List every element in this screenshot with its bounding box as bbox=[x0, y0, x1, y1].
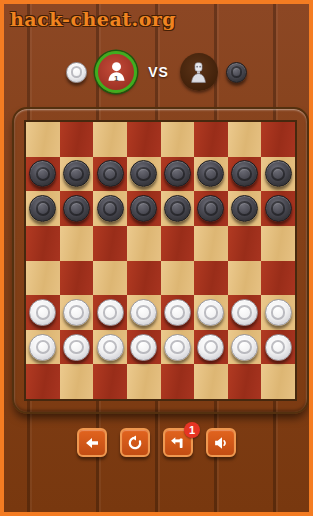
board-square[interactable] bbox=[161, 364, 195, 399]
back-button[interactable] bbox=[77, 428, 107, 457]
board-frame bbox=[12, 107, 309, 414]
board-square[interactable] bbox=[228, 364, 262, 399]
restart-button[interactable] bbox=[120, 428, 150, 457]
board-square[interactable] bbox=[228, 261, 262, 296]
board-square[interactable] bbox=[261, 191, 295, 226]
black-checker-piece[interactable] bbox=[197, 160, 224, 187]
board-square[interactable] bbox=[26, 295, 60, 330]
board-square[interactable] bbox=[228, 122, 262, 157]
board-square[interactable] bbox=[93, 226, 127, 261]
board-square[interactable] bbox=[127, 157, 161, 192]
board-square[interactable] bbox=[93, 157, 127, 192]
white-checker-piece[interactable] bbox=[231, 334, 258, 361]
app-screen: hack-cheat.org 1 VS bbox=[0, 0, 313, 516]
board-square[interactable] bbox=[194, 157, 228, 192]
board-square[interactable] bbox=[93, 122, 127, 157]
board-square[interactable] bbox=[261, 157, 295, 192]
black-checker-piece[interactable] bbox=[231, 160, 258, 187]
sound-icon bbox=[213, 435, 229, 451]
board-square[interactable] bbox=[127, 364, 161, 399]
white-checker-piece[interactable] bbox=[29, 334, 56, 361]
board-square[interactable] bbox=[228, 191, 262, 226]
robot-avatar bbox=[180, 53, 218, 91]
robot-icon bbox=[186, 60, 211, 85]
match-header: 1 VS bbox=[4, 50, 309, 94]
board-square[interactable] bbox=[127, 330, 161, 365]
white-checker-piece[interactable] bbox=[63, 299, 90, 326]
undo-button[interactable]: 1 bbox=[163, 428, 193, 457]
white-checker-piece[interactable] bbox=[130, 299, 157, 326]
board-square[interactable] bbox=[93, 191, 127, 226]
white-checker-piece[interactable] bbox=[164, 334, 191, 361]
board-square[interactable] bbox=[60, 261, 94, 296]
watermark: hack-cheat.org bbox=[10, 8, 176, 30]
board-square[interactable] bbox=[93, 330, 127, 365]
board-square[interactable] bbox=[93, 261, 127, 296]
player-avatar: 1 bbox=[95, 51, 137, 93]
white-checker-piece[interactable] bbox=[29, 299, 56, 326]
board-square[interactable] bbox=[60, 295, 94, 330]
board-square[interactable] bbox=[60, 364, 94, 399]
black-checker-piece[interactable] bbox=[130, 195, 157, 222]
black-checker-piece[interactable] bbox=[63, 195, 90, 222]
board-square[interactable] bbox=[161, 191, 195, 226]
board-square[interactable] bbox=[194, 364, 228, 399]
board-square[interactable] bbox=[26, 191, 60, 226]
board-square[interactable] bbox=[194, 191, 228, 226]
white-checker-piece[interactable] bbox=[130, 334, 157, 361]
board-square[interactable] bbox=[26, 261, 60, 296]
board-square[interactable] bbox=[228, 330, 262, 365]
board-square[interactable] bbox=[60, 330, 94, 365]
black-checker-piece[interactable] bbox=[164, 160, 191, 187]
board-square[interactable] bbox=[161, 261, 195, 296]
black-checker-piece[interactable] bbox=[265, 160, 292, 187]
black-checker-piece[interactable] bbox=[130, 160, 157, 187]
board-square[interactable] bbox=[194, 122, 228, 157]
board-square[interactable] bbox=[127, 226, 161, 261]
black-checker-piece[interactable] bbox=[265, 195, 292, 222]
white-checker-piece[interactable] bbox=[63, 334, 90, 361]
board-square[interactable] bbox=[194, 295, 228, 330]
board-square[interactable] bbox=[127, 295, 161, 330]
board-square[interactable] bbox=[228, 226, 262, 261]
black-checker-piece[interactable] bbox=[29, 195, 56, 222]
white-checker-piece[interactable] bbox=[231, 299, 258, 326]
board-square[interactable] bbox=[60, 122, 94, 157]
board bbox=[24, 120, 297, 401]
board-square[interactable] bbox=[228, 295, 262, 330]
player-number: 1 bbox=[98, 75, 134, 83]
board-square[interactable] bbox=[261, 364, 295, 399]
board-square[interactable] bbox=[60, 191, 94, 226]
black-checker-piece[interactable] bbox=[197, 195, 224, 222]
board-square[interactable] bbox=[26, 226, 60, 261]
board-square[interactable] bbox=[161, 226, 195, 261]
board-square[interactable] bbox=[127, 261, 161, 296]
white-checker-piece[interactable] bbox=[197, 334, 224, 361]
board-square[interactable] bbox=[261, 226, 295, 261]
board-square[interactable] bbox=[261, 122, 295, 157]
black-checker-piece[interactable] bbox=[97, 160, 124, 187]
undo-badge: 1 bbox=[184, 422, 200, 438]
board-square[interactable] bbox=[93, 364, 127, 399]
sound-button[interactable] bbox=[206, 428, 236, 457]
board-square[interactable] bbox=[161, 157, 195, 192]
board-square[interactable] bbox=[194, 330, 228, 365]
vs-label: VS bbox=[148, 64, 169, 80]
board-square[interactable] bbox=[228, 157, 262, 192]
black-checker-piece[interactable] bbox=[29, 160, 56, 187]
board-square[interactable] bbox=[161, 330, 195, 365]
black-checker-piece[interactable] bbox=[164, 195, 191, 222]
board-square[interactable] bbox=[26, 157, 60, 192]
toolbar: 1 bbox=[4, 428, 309, 457]
board-square[interactable] bbox=[161, 295, 195, 330]
white-checker-piece[interactable] bbox=[164, 299, 191, 326]
board-square[interactable] bbox=[261, 330, 295, 365]
board-square[interactable] bbox=[127, 122, 161, 157]
board-square[interactable] bbox=[26, 364, 60, 399]
board-square[interactable] bbox=[26, 330, 60, 365]
board-square[interactable] bbox=[194, 261, 228, 296]
undo-icon bbox=[170, 435, 186, 451]
white-checker-piece[interactable] bbox=[97, 299, 124, 326]
board-square[interactable] bbox=[93, 295, 127, 330]
board-square[interactable] bbox=[26, 122, 60, 157]
board-square[interactable] bbox=[261, 295, 295, 330]
black-checker-piece[interactable] bbox=[231, 195, 258, 222]
white-checker-icon bbox=[66, 62, 87, 83]
white-checker-piece[interactable] bbox=[97, 334, 124, 361]
restart-icon bbox=[127, 435, 143, 451]
white-checker-piece[interactable] bbox=[265, 334, 292, 361]
black-checker-piece[interactable] bbox=[63, 160, 90, 187]
white-checker-piece[interactable] bbox=[197, 299, 224, 326]
board-square[interactable] bbox=[127, 191, 161, 226]
board-square[interactable] bbox=[161, 122, 195, 157]
board-square[interactable] bbox=[60, 226, 94, 261]
black-checker-icon bbox=[226, 62, 247, 83]
white-checker-piece[interactable] bbox=[265, 299, 292, 326]
board-square[interactable] bbox=[261, 261, 295, 296]
board-square[interactable] bbox=[194, 226, 228, 261]
black-checker-piece[interactable] bbox=[97, 195, 124, 222]
back-icon bbox=[84, 435, 100, 451]
board-square[interactable] bbox=[60, 157, 94, 192]
